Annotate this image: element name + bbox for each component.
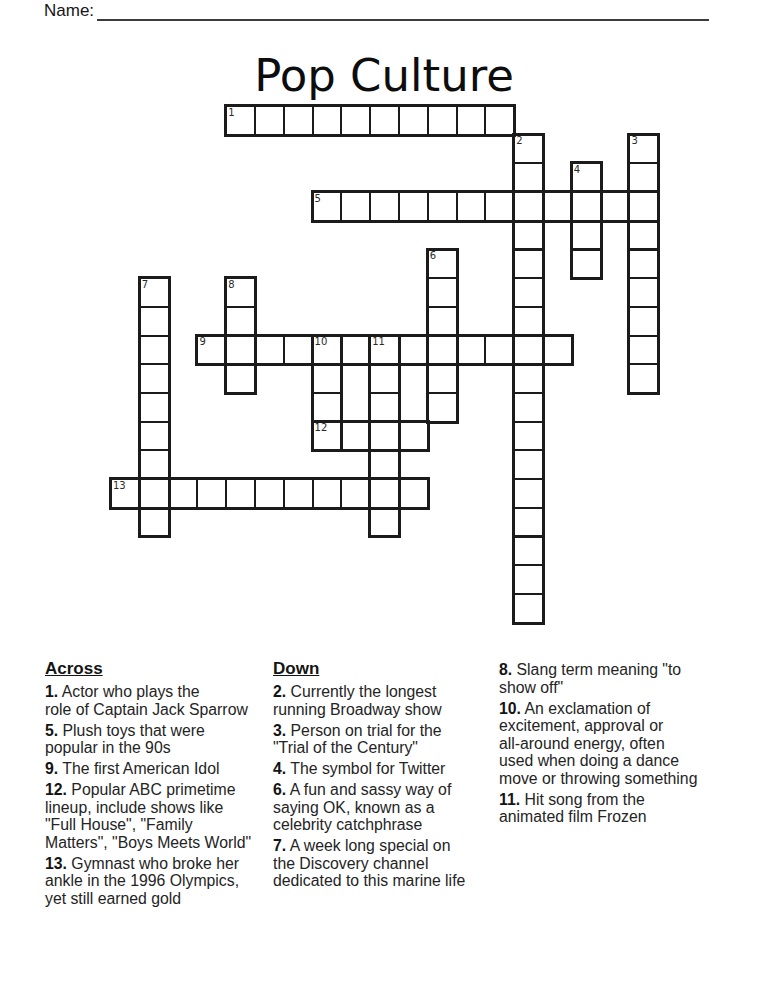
grid-cell-r14-c14[interactable] — [513, 507, 544, 538]
grid-cell-r2-c18[interactable] — [628, 162, 659, 193]
grid-cell-r9-c18[interactable] — [628, 363, 659, 394]
clue-line: celebrity catchphrase — [273, 816, 501, 834]
clues-down-column: Down 2. Currently the longestrunning Bro… — [273, 659, 501, 893]
grid-cell-r13-c2[interactable] — [168, 478, 199, 509]
grid-cell-r9-c1[interactable] — [139, 363, 170, 394]
grid-cell-r8-c4[interactable] — [225, 335, 256, 366]
clue-item-6: 6. A fun and sassy way ofsaying OK, know… — [273, 781, 501, 834]
grid-cell-r5-c11[interactable] — [427, 249, 458, 280]
grid-cell-r8-c8[interactable] — [340, 335, 371, 366]
clue-line: yet still earned gold — [45, 890, 275, 908]
grid-cell-r11-c1[interactable] — [139, 421, 170, 452]
clue-line: 2. Currently the longest — [273, 683, 501, 701]
grid-cell-r11-c9[interactable] — [369, 421, 400, 452]
clue-line: the Discovery channel — [273, 855, 501, 873]
grid-cell-r0-c10[interactable] — [398, 105, 429, 136]
grid-cell-r8-c15[interactable] — [542, 335, 573, 366]
grid-cell-r8-c3[interactable] — [196, 335, 227, 366]
grid-cell-r8-c10[interactable] — [398, 335, 429, 366]
grid-cell-r14-c9[interactable] — [369, 507, 400, 538]
clue-line: Matters", "Boys Meets World" — [45, 834, 275, 852]
page-title: Pop Culture — [0, 50, 768, 102]
grid-cell-r1-c14[interactable] — [513, 134, 544, 165]
clue-number: 10. — [499, 700, 521, 717]
grid-cell-r10-c9[interactable] — [369, 392, 400, 423]
grid-cell-r1-c18[interactable] — [628, 134, 659, 165]
grid-cell-r5-c18[interactable] — [628, 249, 659, 280]
grid-cell-r8-c6[interactable] — [283, 335, 314, 366]
clue-number: 3. — [273, 722, 286, 739]
clue-line: popular in the 90s — [45, 739, 275, 757]
clue-line: move or throwing something — [499, 770, 731, 788]
grid-cell-r0-c8[interactable] — [340, 105, 371, 136]
grid-cell-r9-c7[interactable] — [312, 363, 343, 394]
grid-cell-r0-c11[interactable] — [427, 105, 458, 136]
grid-cell-r13-c7[interactable] — [312, 478, 343, 509]
grid-cell-r13-c14[interactable] — [513, 478, 544, 509]
grid-cell-r8-c1[interactable] — [139, 335, 170, 366]
clue-line: lineup, include shows like — [45, 799, 275, 817]
grid-cell-r12-c14[interactable] — [513, 449, 544, 480]
grid-cell-r8-c18[interactable] — [628, 335, 659, 366]
clue-number: 9. — [45, 760, 58, 777]
grid-cell-r15-c14[interactable] — [513, 536, 544, 567]
clues-down-list: 2. Currently the longestrunning Broadway… — [273, 683, 501, 890]
grid-cell-r5-c16[interactable] — [571, 249, 602, 280]
clues-down-header: Down — [273, 659, 501, 678]
grid-cell-r9-c11[interactable] — [427, 363, 458, 394]
clue-line: running Broadway show — [273, 701, 501, 719]
grid-cell-r10-c11[interactable] — [427, 392, 458, 423]
grid-cell-r13-c0[interactable] — [110, 478, 141, 509]
grid-cell-r3-c14[interactable] — [513, 191, 544, 222]
grid-cell-r0-c6[interactable] — [283, 105, 314, 136]
grid-cell-r4-c18[interactable] — [628, 220, 659, 251]
crossword-grid: 12345678910111213 — [110, 105, 660, 625]
clue-line: show off" — [499, 679, 731, 697]
grid-cell-r6-c18[interactable] — [628, 277, 659, 308]
clue-line: used when doing a dance — [499, 752, 731, 770]
grid-cell-r0-c12[interactable] — [456, 105, 487, 136]
grid-cell-r2-c16[interactable] — [571, 162, 602, 193]
clue-item-11: 11. Hit song from theanimated film Froze… — [499, 791, 731, 826]
grid-cell-r10-c1[interactable] — [139, 392, 170, 423]
grid-cell-r11-c8[interactable] — [340, 421, 371, 452]
grid-cell-r9-c4[interactable] — [225, 363, 256, 394]
clue-line: 6. A fun and sassy way of — [273, 781, 501, 799]
grid-cell-r0-c5[interactable] — [254, 105, 285, 136]
clue-item-10: 10. An exclamation ofexcitement, approva… — [499, 700, 731, 788]
clue-item-3: 3. Person on trial for the"Trial of the … — [273, 722, 501, 757]
grid-cell-r0-c7[interactable] — [312, 105, 343, 136]
clue-item-5: 5. Plush toys that werepopular in the 90… — [45, 722, 275, 757]
grid-cell-r0-c4[interactable] — [225, 105, 256, 136]
clues-across-header: Across — [45, 659, 275, 678]
name-label: Name: — [44, 1, 94, 21]
grid-cell-r3-c17[interactable] — [600, 191, 631, 222]
grid-cell-r3-c8[interactable] — [340, 191, 371, 222]
grid-cell-r13-c9[interactable] — [369, 478, 400, 509]
grid-cell-r12-c9[interactable] — [369, 449, 400, 480]
grid-cell-r3-c18[interactable] — [628, 191, 659, 222]
grid-cell-r9-c14[interactable] — [513, 363, 544, 394]
clue-item-12: 12. Popular ABC primetimelineup, include… — [45, 781, 275, 851]
clues-across-column: Across 1. Actor who plays therole of Cap… — [45, 659, 275, 911]
grid-cell-r13-c1[interactable] — [139, 478, 170, 509]
clue-number: 11. — [499, 791, 520, 808]
clue-line: saying OK, known as a — [273, 799, 501, 817]
grid-cell-r2-c14[interactable] — [513, 162, 544, 193]
grid-cell-r13-c4[interactable] — [225, 478, 256, 509]
clue-number: 8. — [499, 661, 512, 678]
clue-number: 6. — [273, 781, 286, 798]
grid-cell-r11-c10[interactable] — [398, 421, 429, 452]
grid-cell-r3-c16[interactable] — [571, 191, 602, 222]
grid-cell-r13-c8[interactable] — [340, 478, 371, 509]
grid-cell-r13-c6[interactable] — [283, 478, 314, 509]
clue-line: animated film Frozen — [499, 808, 731, 826]
clue-number: 13. — [45, 855, 67, 872]
clue-line: 8. Slang term meaning "to — [499, 661, 731, 679]
grid-cell-r14-c1[interactable] — [139, 507, 170, 538]
clue-line: 11. Hit song from the — [499, 791, 731, 809]
grid-cell-r17-c14[interactable] — [513, 593, 544, 624]
grid-cell-r3-c7[interactable] — [312, 191, 343, 222]
clue-line: 13. Gymnast who broke her — [45, 855, 275, 873]
grid-cell-r7-c18[interactable] — [628, 306, 659, 337]
clue-item-4: 4. The symbol for Twitter — [273, 760, 501, 778]
grid-cell-r13-c10[interactable] — [398, 478, 429, 509]
grid-cell-r13-c5[interactable] — [254, 478, 285, 509]
clue-number: 7. — [273, 837, 286, 854]
clue-number: 4. — [273, 760, 286, 777]
clue-number: 2. — [273, 683, 286, 700]
grid-cell-r8-c9[interactable] — [369, 335, 400, 366]
clue-line: 4. The symbol for Twitter — [273, 760, 501, 778]
clue-line: excitement, approval or — [499, 717, 731, 735]
grid-cell-r3-c10[interactable] — [398, 191, 429, 222]
clue-item-13: 13. Gymnast who broke herankle in the 19… — [45, 855, 275, 908]
grid-cell-r9-c9[interactable] — [369, 363, 400, 394]
name-blank-line — [97, 2, 709, 21]
grid-cell-r7-c14[interactable] — [513, 306, 544, 337]
grid-cell-r13-c3[interactable] — [196, 478, 227, 509]
clue-line: 12. Popular ABC primetime — [45, 781, 275, 799]
grid-cell-r0-c13[interactable] — [484, 105, 515, 136]
clue-item-7: 7. A week long special onthe Discovery c… — [273, 837, 501, 890]
clue-line: 7. A week long special on — [273, 837, 501, 855]
clues-down-continued-column: 8. Slang term meaning "toshow off"10. An… — [499, 661, 731, 829]
grid-cell-r10-c14[interactable] — [513, 392, 544, 423]
clue-number: 12. — [45, 781, 67, 798]
clue-number: 5. — [45, 722, 58, 739]
grid-cell-r4-c16[interactable] — [571, 220, 602, 251]
clue-line: "Trial of the Century" — [273, 739, 501, 757]
clue-line: 1. Actor who plays the — [45, 683, 275, 701]
grid-cell-r7-c4[interactable] — [225, 306, 256, 337]
clue-line: 3. Person on trial for the — [273, 722, 501, 740]
grid-cell-r11-c7[interactable] — [312, 421, 343, 452]
clue-line: 5. Plush toys that were — [45, 722, 275, 740]
grid-cell-r8-c12[interactable] — [456, 335, 487, 366]
grid-cell-r0-c9[interactable] — [369, 105, 400, 136]
grid-cell-r8-c13[interactable] — [484, 335, 515, 366]
grid-cell-r16-c14[interactable] — [513, 564, 544, 595]
clue-item-9: 9. The first American Idol — [45, 760, 275, 778]
grid-cell-r8-c5[interactable] — [254, 335, 285, 366]
grid-cell-r10-c7[interactable] — [312, 392, 343, 423]
grid-cell-r6-c1[interactable] — [139, 277, 170, 308]
clue-item-8: 8. Slang term meaning "toshow off" — [499, 661, 731, 696]
grid-cell-r3-c9[interactable] — [369, 191, 400, 222]
clue-line: ankle in the 1996 Olympics, — [45, 872, 275, 890]
grid-cell-r7-c11[interactable] — [427, 306, 458, 337]
grid-cell-r8-c14[interactable] — [513, 335, 544, 366]
clue-number: 1. — [45, 683, 58, 700]
clue-item-1: 1. Actor who plays therole of Captain Ja… — [45, 683, 275, 718]
grid-cell-r4-c14[interactable] — [513, 220, 544, 251]
clue-item-2: 2. Currently the longestrunning Broadway… — [273, 683, 501, 718]
grid-cell-r3-c13[interactable] — [484, 191, 515, 222]
grid-cell-r6-c4[interactable] — [225, 277, 256, 308]
grid-cell-r8-c11[interactable] — [427, 335, 458, 366]
grid-cell-r3-c11[interactable] — [427, 191, 458, 222]
clue-line: dedicated to this marine life — [273, 872, 501, 890]
clue-line: role of Captain Jack Sparrow — [45, 701, 275, 719]
clue-line: 10. An exclamation of — [499, 700, 731, 718]
grid-cell-r11-c14[interactable] — [513, 421, 544, 452]
grid-cell-r12-c1[interactable] — [139, 449, 170, 480]
clue-line: 9. The first American Idol — [45, 760, 275, 778]
clue-line: all-around energy, often — [499, 735, 731, 753]
grid-cell-r8-c7[interactable] — [312, 335, 343, 366]
grid-cell-r3-c15[interactable] — [542, 191, 573, 222]
clues-across-list: 1. Actor who plays therole of Captain Ja… — [45, 683, 275, 907]
grid-cell-r6-c14[interactable] — [513, 277, 544, 308]
grid-cell-r5-c14[interactable] — [513, 249, 544, 280]
grid-cell-r7-c1[interactable] — [139, 306, 170, 337]
grid-cell-r3-c12[interactable] — [456, 191, 487, 222]
grid-cell-r6-c11[interactable] — [427, 277, 458, 308]
clues-down-continued-list: 8. Slang term meaning "toshow off"10. An… — [499, 661, 731, 826]
clue-line: "Full House", "Family — [45, 816, 275, 834]
